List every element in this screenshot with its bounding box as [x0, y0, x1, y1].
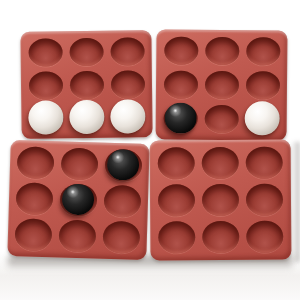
cell-r2-c2[interactable] — [66, 68, 107, 101]
white-marble[interactable] — [28, 100, 63, 134]
marble-hole — [157, 147, 194, 179]
cell-r2-c6[interactable] — [242, 68, 283, 102]
cell-r1-c3[interactable] — [106, 34, 147, 67]
cell-r2-c4[interactable] — [160, 67, 201, 101]
cell-r6-c1[interactable] — [11, 216, 56, 253]
cell-r3-c4[interactable] — [160, 101, 201, 135]
cell-r5-c6[interactable] — [243, 181, 288, 219]
marble-hole — [245, 71, 279, 99]
marble-hole — [246, 184, 283, 216]
cell-r2-c1[interactable] — [25, 68, 66, 101]
marble-hole — [58, 219, 96, 252]
marble-hole — [69, 37, 103, 65]
cell-r3-c1[interactable] — [25, 101, 66, 134]
quadrant-top-right[interactable] — [156, 29, 288, 140]
marble-hole — [28, 38, 62, 66]
cell-r1-c2[interactable] — [65, 35, 106, 68]
cell-r3-c5[interactable] — [201, 102, 242, 136]
cell-r5-c5[interactable] — [198, 181, 243, 219]
cell-r5-c4[interactable] — [154, 181, 199, 219]
marble-hole — [205, 37, 239, 65]
marble-hole — [17, 146, 55, 179]
black-marble[interactable] — [164, 102, 196, 133]
cell-r3-c2[interactable] — [66, 101, 107, 134]
cell-r6-c2[interactable] — [55, 217, 100, 254]
cell-r5-c1[interactable] — [12, 180, 57, 217]
cell-r2-c3[interactable] — [107, 67, 148, 100]
cell-r5-c2[interactable] — [56, 181, 101, 218]
cell-r6-c5[interactable] — [198, 219, 243, 257]
marble-hole — [16, 182, 54, 215]
quadrant-bottom-left[interactable] — [7, 140, 149, 260]
cell-r3-c3[interactable] — [107, 100, 148, 133]
cell-r4-c2[interactable] — [57, 145, 102, 182]
marble-hole — [110, 37, 144, 65]
cell-r6-c4[interactable] — [154, 219, 199, 257]
pentago-board-photo — [0, 0, 300, 300]
marble-hole — [246, 221, 283, 253]
cell-r1-c4[interactable] — [160, 33, 201, 67]
cell-r5-c3[interactable] — [100, 183, 145, 220]
cell-r1-c6[interactable] — [242, 34, 283, 68]
cell-r4-c6[interactable] — [242, 144, 287, 182]
quadrant-top-left[interactable] — [20, 30, 152, 139]
marble-hole — [15, 218, 53, 251]
marble-hole — [202, 184, 239, 216]
cell-r6-c3[interactable] — [99, 219, 144, 256]
marble-hole — [103, 185, 141, 218]
marble-hole — [110, 70, 144, 98]
marble-hole — [164, 36, 198, 64]
cell-r4-c4[interactable] — [154, 144, 199, 182]
white-marble[interactable] — [69, 99, 104, 133]
cell-r4-c1[interactable] — [14, 144, 59, 181]
marble-hole — [158, 184, 195, 216]
marble-hole — [204, 105, 238, 133]
marble-hole — [61, 147, 99, 180]
marble-hole — [102, 221, 140, 254]
quadrant-bottom-right[interactable] — [150, 140, 292, 261]
white-marble[interactable] — [245, 101, 280, 135]
marble-hole — [158, 221, 195, 253]
cell-r2-c5[interactable] — [201, 68, 242, 102]
marble-hole — [246, 146, 283, 178]
marble-hole — [28, 71, 62, 99]
white-marble[interactable] — [110, 99, 145, 133]
cell-r1-c5[interactable] — [201, 34, 242, 68]
marble-hole — [246, 37, 280, 65]
edge-shadow — [291, 142, 300, 262]
marble-hole — [163, 70, 197, 98]
marble-hole — [202, 147, 239, 179]
marble-hole — [202, 221, 239, 253]
cell-r1-c1[interactable] — [24, 35, 65, 68]
marble-hole — [69, 70, 103, 98]
cell-r4-c5[interactable] — [198, 144, 243, 182]
cell-r3-c6[interactable] — [242, 102, 283, 136]
cell-r6-c6[interactable] — [243, 218, 288, 256]
marble-hole — [204, 71, 238, 99]
cell-r4-c3[interactable] — [101, 147, 146, 184]
